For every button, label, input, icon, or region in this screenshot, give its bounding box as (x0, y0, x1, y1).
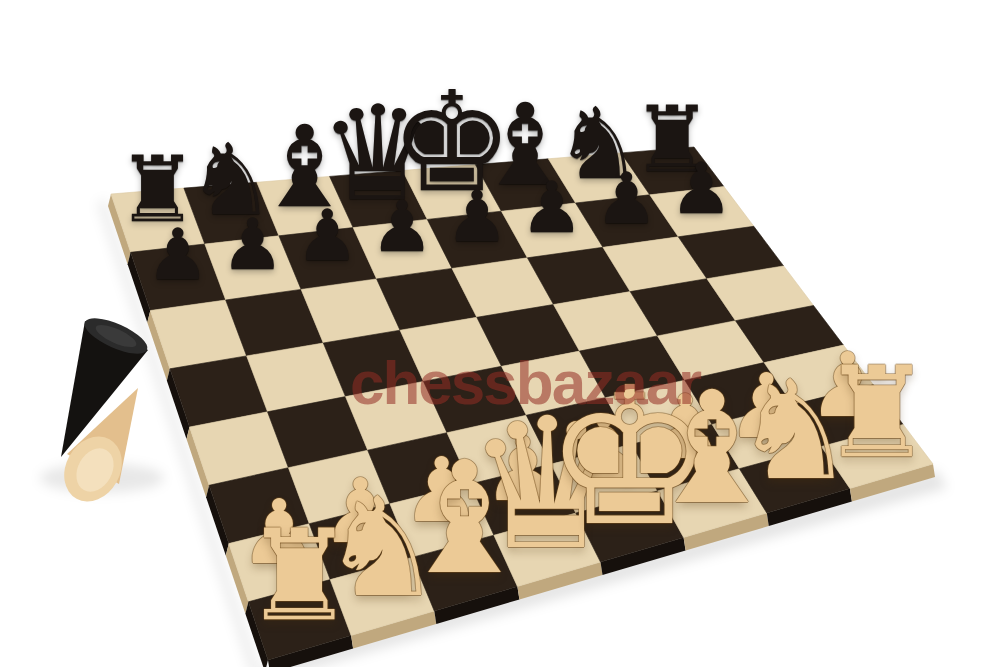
piece-white-rook-h1[interactable]: ♜ (821, 350, 933, 475)
piece-black-pawn-d7[interactable]: ♟ (370, 190, 434, 261)
piece-black-pawn-g7[interactable]: ♟ (595, 162, 659, 233)
piece-black-pawn-c7[interactable]: ♟ (296, 200, 360, 271)
piece-black-pawn-f7[interactable]: ♟ (520, 171, 584, 242)
piece-black-pawn-a7[interactable]: ♟ (146, 218, 210, 289)
piece-black-pawn-h7[interactable]: ♟ (670, 153, 734, 224)
scene: ♜♞♝♛♚♝♞♜♟♟♟♟♟♟♟♟♟♟♟♟♟♟♟♟♜♞♝♛♚♝♞♜ chessba… (0, 0, 1000, 667)
piece-black-pawn-b7[interactable]: ♟ (221, 209, 285, 280)
piece-black-pawn-e7[interactable]: ♟ (445, 181, 509, 252)
